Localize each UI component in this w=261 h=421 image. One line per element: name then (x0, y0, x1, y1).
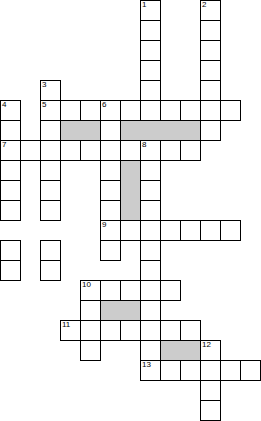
cell-r2-c10[interactable] (200, 40, 221, 61)
cell-r15-c7[interactable] (140, 300, 161, 321)
cell-r2-c7[interactable] (140, 40, 161, 61)
cell-r7-c0[interactable] (0, 140, 21, 161)
cell-r6-c10[interactable] (200, 120, 221, 141)
cell-r4-c7[interactable] (140, 80, 161, 101)
cell-r5-c3[interactable] (60, 100, 81, 121)
cell-r18-c11[interactable] (220, 360, 241, 381)
cell-r5-c9[interactable] (180, 100, 201, 121)
cell-r0-c10[interactable] (200, 0, 221, 21)
cell-r10-c7[interactable] (140, 200, 161, 221)
cell-r18-c12[interactable] (240, 360, 261, 381)
cell-r7-c2[interactable] (40, 140, 61, 161)
shaded-region-2 (120, 120, 201, 141)
cell-r17-c4[interactable] (80, 340, 101, 361)
cell-r11-c9[interactable] (180, 220, 201, 241)
cell-r12-c0[interactable] (0, 240, 21, 261)
cell-r13-c0[interactable] (0, 260, 21, 281)
cell-r12-c5[interactable] (100, 240, 121, 261)
cell-r7-c7[interactable] (140, 140, 161, 161)
cell-r5-c0[interactable] (0, 100, 21, 121)
cell-r17-c7[interactable] (140, 340, 161, 361)
cell-r1-c7[interactable] (140, 20, 161, 41)
cell-r14-c4[interactable] (80, 280, 101, 301)
cell-r11-c8[interactable] (160, 220, 181, 241)
shaded-region-5 (160, 340, 201, 361)
cell-r16-c3[interactable] (60, 320, 81, 341)
cell-r11-c7[interactable] (140, 220, 161, 241)
cell-r7-c8[interactable] (160, 140, 181, 161)
cell-r16-c9[interactable] (180, 320, 201, 341)
cell-r14-c8[interactable] (160, 280, 181, 301)
shaded-region-1 (60, 120, 101, 141)
cell-r17-c10[interactable] (200, 340, 221, 361)
cell-r14-c6[interactable] (120, 280, 141, 301)
cell-r16-c8[interactable] (160, 320, 181, 341)
cell-r5-c6[interactable] (120, 100, 141, 121)
cell-r3-c10[interactable] (200, 60, 221, 81)
cell-r0-c7[interactable] (140, 0, 161, 21)
cell-r8-c5[interactable] (100, 160, 121, 181)
cell-r10-c5[interactable] (100, 200, 121, 221)
cell-r5-c10[interactable] (200, 100, 221, 121)
cell-r11-c5[interactable] (100, 220, 121, 241)
cell-r16-c7[interactable] (140, 320, 161, 341)
cell-r11-c6[interactable] (120, 220, 141, 241)
cell-r7-c5[interactable] (100, 140, 121, 161)
cell-r20-c10[interactable] (200, 400, 221, 421)
cell-r7-c9[interactable] (180, 140, 201, 161)
cell-r11-c11[interactable] (220, 220, 241, 241)
cell-r8-c7[interactable] (140, 160, 161, 181)
cell-r7-c6[interactable] (120, 140, 141, 161)
cell-r4-c2[interactable] (40, 80, 61, 101)
cell-r5-c2[interactable] (40, 100, 61, 121)
cell-r8-c2[interactable] (40, 160, 61, 181)
cell-r13-c7[interactable] (140, 260, 161, 281)
cell-r5-c8[interactable] (160, 100, 181, 121)
shaded-region-3 (120, 160, 141, 221)
cell-r3-c7[interactable] (140, 60, 161, 81)
cell-r5-c5[interactable] (100, 100, 121, 121)
cell-r16-c6[interactable] (120, 320, 141, 341)
cell-r14-c5[interactable] (100, 280, 121, 301)
cell-r9-c7[interactable] (140, 180, 161, 201)
cell-r5-c4[interactable] (80, 100, 101, 121)
cell-r10-c2[interactable] (40, 200, 61, 221)
cell-r14-c7[interactable] (140, 280, 161, 301)
crossword-grid: 12345678910111213 (0, 0, 261, 421)
cell-r1-c10[interactable] (200, 20, 221, 41)
cell-r18-c9[interactable] (180, 360, 201, 381)
cell-r12-c2[interactable] (40, 240, 61, 261)
cell-r16-c4[interactable] (80, 320, 101, 341)
cell-r7-c1[interactable] (20, 140, 41, 161)
cell-r8-c0[interactable] (0, 160, 21, 181)
cell-r10-c0[interactable] (0, 200, 21, 221)
cell-r9-c0[interactable] (0, 180, 21, 201)
cell-r6-c2[interactable] (40, 120, 61, 141)
cell-r12-c7[interactable] (140, 240, 161, 261)
cell-r18-c10[interactable] (200, 360, 221, 381)
cell-r9-c2[interactable] (40, 180, 61, 201)
cell-r15-c4[interactable] (80, 300, 101, 321)
cell-r9-c5[interactable] (100, 180, 121, 201)
cell-r5-c11[interactable] (220, 100, 241, 121)
cell-r5-c7[interactable] (140, 100, 161, 121)
cell-r7-c4[interactable] (80, 140, 101, 161)
cell-r13-c2[interactable] (40, 260, 61, 281)
cell-r7-c3[interactable] (60, 140, 81, 161)
cell-r6-c0[interactable] (0, 120, 21, 141)
cell-r11-c10[interactable] (200, 220, 221, 241)
cell-r19-c10[interactable] (200, 380, 221, 401)
cell-r6-c5[interactable] (100, 120, 121, 141)
cell-r16-c5[interactable] (100, 320, 121, 341)
cell-r18-c8[interactable] (160, 360, 181, 381)
cell-r4-c10[interactable] (200, 80, 221, 101)
cell-r18-c7[interactable] (140, 360, 161, 381)
shaded-region-4 (100, 300, 141, 321)
